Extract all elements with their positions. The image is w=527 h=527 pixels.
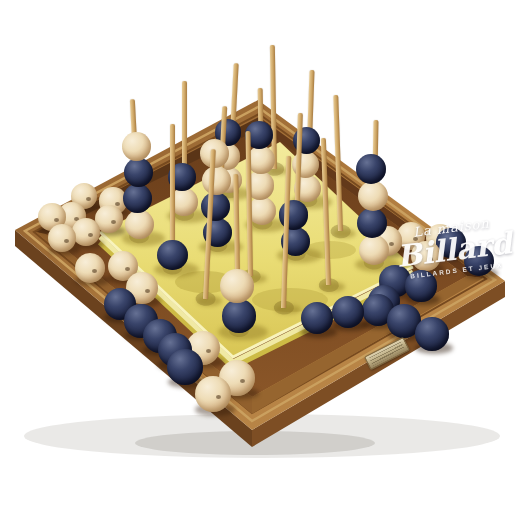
ball-natural[interactable] (125, 210, 154, 239)
shadow (333, 229, 356, 238)
shadow (275, 305, 301, 315)
ball-navy[interactable] (357, 208, 387, 238)
ball-navy[interactable] (167, 349, 202, 384)
ball-navy[interactable] (464, 246, 494, 276)
peg-stick[interactable] (333, 95, 343, 231)
ball-natural[interactable] (358, 181, 388, 211)
ball-navy[interactable] (356, 154, 386, 184)
ball-navy[interactable] (157, 240, 187, 270)
peg-stick[interactable] (321, 138, 331, 285)
ball-navy[interactable] (123, 184, 152, 213)
ball-navy[interactable] (124, 158, 153, 187)
ball-navy[interactable] (405, 270, 436, 301)
pieces-layer (0, 0, 527, 527)
ball-natural[interactable] (202, 166, 231, 195)
ball-navy[interactable] (415, 317, 449, 351)
ball-natural[interactable] (122, 132, 151, 161)
ball-natural[interactable] (411, 241, 441, 271)
ball-natural[interactable] (359, 235, 389, 265)
scene: La maison Billard BILLARDS ET JEUX (0, 0, 527, 527)
ball-navy[interactable] (222, 299, 256, 333)
ball-navy[interactable] (201, 192, 230, 221)
shadow (320, 282, 345, 291)
ball-natural[interactable] (220, 269, 254, 303)
shadow (197, 296, 223, 306)
